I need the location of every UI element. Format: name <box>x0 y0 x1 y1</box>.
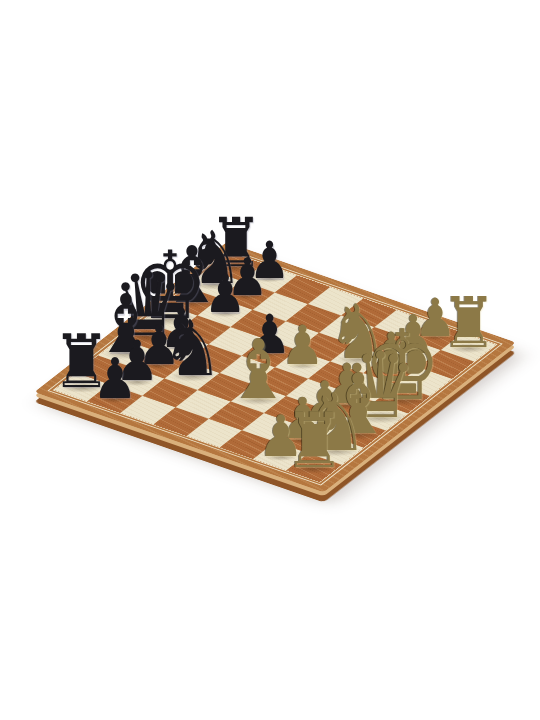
piece-white-rook-h1: ♜ <box>441 288 497 358</box>
piece-black-pawn-a7: ♟ <box>92 351 137 407</box>
pieces-layer: ♜♝♛♚♝♞♜♟♟♟♟♟♟♟♞♟♟♝♞♟♟♟♟♟♟♟♜♞♝♛♚♜ <box>0 0 540 720</box>
product-photo-scene: ♜♝♛♚♝♞♜♟♟♟♟♟♟♟♞♟♟♝♞♟♟♟♟♟♟♟♜♞♝♛♚♜ <box>0 0 540 720</box>
piece-black-knight-c6: ♞ <box>161 311 223 388</box>
piece-white-rook-a1: ♜ <box>284 403 345 479</box>
